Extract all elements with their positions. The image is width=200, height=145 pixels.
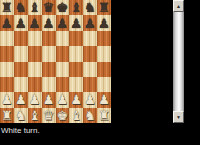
square-b8[interactable]: ♞ <box>14 0 28 15</box>
piece-white-pawn: ♟ <box>15 92 27 107</box>
square-a4[interactable] <box>0 62 14 77</box>
piece-white-pawn: ♟ <box>43 92 55 107</box>
square-g6[interactable] <box>83 31 97 46</box>
scrollbar-track[interactable] <box>173 12 184 111</box>
piece-black-rook: ♜ <box>1 0 13 15</box>
piece-black-pawn: ♟ <box>98 16 110 31</box>
vertical-scrollbar[interactable]: ▲ ▼ <box>173 0 184 123</box>
square-b7[interactable]: ♟ <box>14 15 28 30</box>
square-e1[interactable]: ♚ <box>56 108 70 123</box>
square-h4[interactable] <box>97 62 111 77</box>
square-d8[interactable]: ♛ <box>42 0 56 15</box>
square-d2[interactable]: ♟ <box>42 92 56 107</box>
square-e3[interactable] <box>56 77 70 92</box>
square-d6[interactable] <box>42 31 56 46</box>
square-d7[interactable]: ♟ <box>42 15 56 30</box>
piece-white-pawn: ♟ <box>84 92 96 107</box>
piece-black-knight: ♞ <box>84 0 96 15</box>
square-g7[interactable]: ♟ <box>83 15 97 30</box>
square-b6[interactable] <box>14 31 28 46</box>
square-g8[interactable]: ♞ <box>83 0 97 15</box>
piece-white-queen: ♛ <box>43 108 55 123</box>
square-f1[interactable]: ♝ <box>69 108 83 123</box>
square-a2[interactable]: ♟ <box>0 92 14 107</box>
piece-black-pawn: ♟ <box>15 16 27 31</box>
piece-white-bishop: ♝ <box>29 108 41 123</box>
piece-black-pawn: ♟ <box>57 16 69 31</box>
square-e8[interactable]: ♚ <box>56 0 70 15</box>
status-text: White turn. <box>1 126 40 135</box>
square-a1[interactable]: ♜ <box>0 108 14 123</box>
piece-white-pawn: ♟ <box>57 92 69 107</box>
square-g2[interactable]: ♟ <box>83 92 97 107</box>
piece-white-knight: ♞ <box>84 108 96 123</box>
square-h5[interactable] <box>97 46 111 61</box>
square-h7[interactable]: ♟ <box>97 15 111 30</box>
piece-white-pawn: ♟ <box>98 92 110 107</box>
square-a6[interactable] <box>0 31 14 46</box>
chess-board: ♜♞♝♛♚♝♞♜♟♟♟♟♟♟♟♟♟♟♟♟♟♟♟♟♜♞♝♛♚♝♞♜ <box>0 0 111 123</box>
chess-app-window: ♜♞♝♛♚♝♞♜♟♟♟♟♟♟♟♟♟♟♟♟♟♟♟♟♜♞♝♛♚♝♞♜ ▲ ▼ Whi… <box>0 0 200 145</box>
square-d4[interactable] <box>42 62 56 77</box>
square-b3[interactable] <box>14 77 28 92</box>
square-h8[interactable]: ♜ <box>97 0 111 15</box>
piece-black-bishop: ♝ <box>29 0 41 15</box>
square-d3[interactable] <box>42 77 56 92</box>
square-e4[interactable] <box>56 62 70 77</box>
square-h2[interactable]: ♟ <box>97 92 111 107</box>
piece-black-pawn: ♟ <box>70 16 82 31</box>
square-b2[interactable]: ♟ <box>14 92 28 107</box>
square-d5[interactable] <box>42 46 56 61</box>
square-c7[interactable]: ♟ <box>28 15 42 30</box>
square-f2[interactable]: ♟ <box>69 92 83 107</box>
piece-black-queen: ♛ <box>43 0 55 15</box>
square-f6[interactable] <box>69 31 83 46</box>
piece-black-king: ♚ <box>57 0 69 15</box>
piece-black-knight: ♞ <box>15 0 27 15</box>
square-c8[interactable]: ♝ <box>28 0 42 15</box>
square-a8[interactable]: ♜ <box>0 0 14 15</box>
square-f7[interactable]: ♟ <box>69 15 83 30</box>
square-c6[interactable] <box>28 31 42 46</box>
square-e5[interactable] <box>56 46 70 61</box>
piece-black-rook: ♜ <box>98 0 110 15</box>
piece-white-knight: ♞ <box>15 108 27 123</box>
square-c4[interactable] <box>28 62 42 77</box>
square-f5[interactable] <box>69 46 83 61</box>
piece-white-bishop: ♝ <box>70 108 82 123</box>
square-e6[interactable] <box>56 31 70 46</box>
piece-black-pawn: ♟ <box>1 16 13 31</box>
piece-white-pawn: ♟ <box>70 92 82 107</box>
square-d1[interactable]: ♛ <box>42 108 56 123</box>
square-g5[interactable] <box>83 46 97 61</box>
up-arrow-icon: ▲ <box>176 4 181 9</box>
square-f4[interactable] <box>69 62 83 77</box>
square-a7[interactable]: ♟ <box>0 15 14 30</box>
piece-black-pawn: ♟ <box>84 16 96 31</box>
square-h3[interactable] <box>97 77 111 92</box>
square-h1[interactable]: ♜ <box>97 108 111 123</box>
piece-white-pawn: ♟ <box>29 92 41 107</box>
square-c1[interactable]: ♝ <box>28 108 42 123</box>
square-a3[interactable] <box>0 77 14 92</box>
square-f8[interactable]: ♝ <box>69 0 83 15</box>
square-c2[interactable]: ♟ <box>28 92 42 107</box>
piece-black-bishop: ♝ <box>70 0 82 15</box>
piece-white-rook: ♜ <box>98 108 110 123</box>
square-a5[interactable] <box>0 46 14 61</box>
square-c5[interactable] <box>28 46 42 61</box>
square-g4[interactable] <box>83 62 97 77</box>
piece-black-pawn: ♟ <box>29 16 41 31</box>
square-e7[interactable]: ♟ <box>56 15 70 30</box>
square-e2[interactable]: ♟ <box>56 92 70 107</box>
square-g3[interactable] <box>83 77 97 92</box>
square-h6[interactable] <box>97 31 111 46</box>
scrollbar-up-button[interactable]: ▲ <box>173 0 184 12</box>
square-g1[interactable]: ♞ <box>83 108 97 123</box>
piece-white-rook: ♜ <box>1 108 13 123</box>
square-c3[interactable] <box>28 77 42 92</box>
square-b1[interactable]: ♞ <box>14 108 28 123</box>
piece-black-pawn: ♟ <box>43 16 55 31</box>
down-arrow-icon: ▼ <box>176 115 181 120</box>
square-b5[interactable] <box>14 46 28 61</box>
square-b4[interactable] <box>14 62 28 77</box>
scrollbar-down-button[interactable]: ▼ <box>173 111 184 123</box>
square-f3[interactable] <box>69 77 83 92</box>
piece-white-king: ♚ <box>57 108 69 123</box>
piece-white-pawn: ♟ <box>1 92 13 107</box>
